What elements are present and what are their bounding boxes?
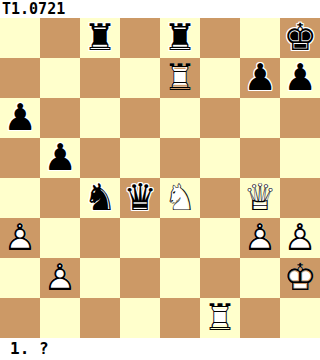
square-b8[interactable] [40,18,80,58]
square-f1[interactable]: ♜♖ [200,298,240,338]
square-d4[interactable]: ♛ [120,178,160,218]
square-g4[interactable]: ♛♕ [240,178,280,218]
piece-black-king[interactable]: ♚ [280,18,320,58]
piece-black-pawn[interactable]: ♟ [0,98,40,138]
square-b4[interactable] [40,178,80,218]
square-h8[interactable]: ♚ [280,18,320,58]
white-piece-outline: ♕ [240,177,280,217]
move-prompt: 1. ? [10,338,49,360]
square-d2[interactable] [120,258,160,298]
square-h7[interactable]: ♟ [280,58,320,98]
piece-white-rook[interactable]: ♜♖ [160,58,200,98]
square-a1[interactable] [0,298,40,338]
square-d8[interactable] [120,18,160,58]
square-h4[interactable] [280,178,320,218]
black-piece-glyph: ♜ [160,17,200,57]
square-b6[interactable] [40,98,80,138]
square-b7[interactable] [40,58,80,98]
square-e2[interactable] [160,258,200,298]
square-c4[interactable]: ♞ [80,178,120,218]
white-piece-outline: ♙ [40,257,80,297]
black-piece-glyph: ♚ [280,17,320,57]
square-d1[interactable] [120,298,160,338]
white-piece-outline: ♙ [240,217,280,257]
square-e5[interactable] [160,138,200,178]
square-a5[interactable] [0,138,40,178]
black-piece-glyph: ♜ [80,17,120,57]
page-title: T1.0721 [2,0,65,18]
square-b3[interactable] [40,218,80,258]
square-f7[interactable] [200,58,240,98]
square-a4[interactable] [0,178,40,218]
piece-white-pawn[interactable]: ♟♙ [280,218,320,258]
square-f4[interactable] [200,178,240,218]
square-e6[interactable] [160,98,200,138]
white-piece-outline: ♖ [200,297,240,337]
square-c2[interactable] [80,258,120,298]
piece-black-pawn[interactable]: ♟ [280,58,320,98]
square-a7[interactable] [0,58,40,98]
piece-black-pawn[interactable]: ♟ [40,138,80,178]
square-f5[interactable] [200,138,240,178]
square-a6[interactable]: ♟ [0,98,40,138]
square-c3[interactable] [80,218,120,258]
piece-white-rook[interactable]: ♜♖ [200,298,240,338]
square-g5[interactable] [240,138,280,178]
square-d5[interactable] [120,138,160,178]
black-piece-glyph: ♟ [240,57,280,97]
square-a3[interactable]: ♟♙ [0,218,40,258]
square-c8[interactable]: ♜ [80,18,120,58]
square-b1[interactable] [40,298,80,338]
square-f6[interactable] [200,98,240,138]
square-g3[interactable]: ♟♙ [240,218,280,258]
piece-white-king[interactable]: ♚♔ [280,258,320,298]
square-g6[interactable] [240,98,280,138]
piece-white-pawn[interactable]: ♟♙ [240,218,280,258]
white-piece-outline: ♘ [160,177,200,217]
square-d6[interactable] [120,98,160,138]
square-h3[interactable]: ♟♙ [280,218,320,258]
square-e8[interactable]: ♜ [160,18,200,58]
square-f2[interactable] [200,258,240,298]
square-c5[interactable] [80,138,120,178]
black-piece-glyph: ♟ [0,97,40,137]
white-piece-outline: ♔ [280,257,320,297]
square-g8[interactable] [240,18,280,58]
square-h6[interactable] [280,98,320,138]
square-h5[interactable] [280,138,320,178]
white-piece-outline: ♙ [0,217,40,257]
square-f8[interactable] [200,18,240,58]
square-g2[interactable] [240,258,280,298]
chess-test-window: T1.0721 ♜♜♚♜♖♟♟♟♟♞♛♞♘♛♕♟♙♟♙♟♙♟♙♚♔♜♖ 1. ? [0,0,320,360]
piece-black-pawn[interactable]: ♟ [240,58,280,98]
black-piece-glyph: ♛ [120,177,160,217]
square-e1[interactable] [160,298,200,338]
piece-white-pawn[interactable]: ♟♙ [40,258,80,298]
square-c7[interactable] [80,58,120,98]
square-a8[interactable] [0,18,40,58]
square-e4[interactable]: ♞♘ [160,178,200,218]
square-a2[interactable] [0,258,40,298]
black-piece-glyph: ♟ [40,137,80,177]
square-h2[interactable]: ♚♔ [280,258,320,298]
piece-black-queen[interactable]: ♛ [120,178,160,218]
piece-white-queen[interactable]: ♛♕ [240,178,280,218]
square-h1[interactable] [280,298,320,338]
square-g7[interactable]: ♟ [240,58,280,98]
black-piece-glyph: ♞ [80,177,120,217]
square-g1[interactable] [240,298,280,338]
black-piece-glyph: ♟ [280,57,320,97]
square-c6[interactable] [80,98,120,138]
square-f3[interactable] [200,218,240,258]
piece-white-knight[interactable]: ♞♘ [160,178,200,218]
piece-black-knight[interactable]: ♞ [80,178,120,218]
piece-white-pawn[interactable]: ♟♙ [0,218,40,258]
white-piece-outline: ♖ [160,57,200,97]
square-b2[interactable]: ♟♙ [40,258,80,298]
piece-black-rook[interactable]: ♜ [80,18,120,58]
square-e3[interactable] [160,218,200,258]
square-d7[interactable] [120,58,160,98]
chess-board: ♜♜♚♜♖♟♟♟♟♞♛♞♘♛♕♟♙♟♙♟♙♟♙♚♔♜♖ [0,18,320,338]
square-e7[interactable]: ♜♖ [160,58,200,98]
piece-black-rook[interactable]: ♜ [160,18,200,58]
white-piece-outline: ♙ [280,217,320,257]
square-c1[interactable] [80,298,120,338]
square-b5[interactable]: ♟ [40,138,80,178]
square-d3[interactable] [120,218,160,258]
